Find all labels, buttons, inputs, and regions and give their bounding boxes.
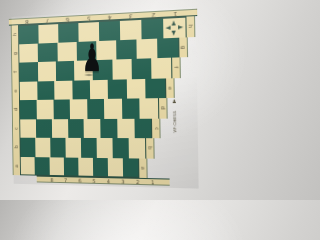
square-d2[interactable] [122,98,140,118]
square-g2[interactable] [136,38,157,59]
square-d5[interactable] [70,99,87,118]
square-g6[interactable] [57,41,77,61]
coordinate-label-left-c: c [14,127,19,130]
square-g1[interactable] [157,37,178,58]
square-a3[interactable] [93,157,108,176]
square-g8[interactable] [20,43,39,63]
square-d6[interactable] [53,99,70,118]
square-e8[interactable] [20,81,37,100]
black-pawn-glyph: ♟ [82,38,102,78]
coordinate-label-top-5: 5 [78,15,99,22]
four-pawn-diamond-logo: ♟♟♟♟ [168,21,181,35]
square-a6[interactable] [49,157,64,175]
square-f7[interactable] [38,61,56,81]
border-right-segment: f [172,57,181,77]
square-b4[interactable] [81,138,97,158]
black-pawn-f5[interactable]: ♟ [75,38,103,78]
brand-mark: ♟ VP-CHESS [170,99,180,138]
square-a1[interactable] [123,158,139,177]
brand-text: VP-CHESS [172,111,177,133]
coordinate-label-left-e: e [14,89,19,92]
square-b1[interactable] [128,138,145,158]
square-b5[interactable] [66,138,82,157]
coordinate-label-right-g: g [180,45,185,49]
square-d3[interactable] [104,99,122,119]
coordinate-label-bottom-1: 1 [145,179,160,186]
border-right-segment: a [139,158,148,178]
coordinate-label-right-c: c [154,127,159,130]
square-e6[interactable] [54,80,72,99]
square-c1[interactable] [134,118,152,138]
square-c6[interactable] [52,119,68,138]
square-c8[interactable] [21,119,37,138]
square-a2[interactable] [108,158,123,177]
border-right-segment: d [159,98,168,118]
logo-pawn-icon: ♟ [176,24,182,30]
square-f2[interactable] [131,58,151,78]
coordinate-label-top-8: 8 [17,18,37,25]
square-h3[interactable] [120,20,142,40]
coordinate-label-right-e: e [167,86,172,89]
coordinate-label-bottom-7: 7 [59,177,73,183]
square-e3[interactable] [108,79,127,99]
board-row-a: aa [13,156,148,178]
coordinate-label-bottom-4: 4 [101,178,116,184]
logo-pawn-icon: ♟ [171,20,177,26]
brand-logo-icon: ♟ [172,99,177,104]
border-right-segment: c [152,118,161,138]
coordinate-strip-bottom: 87654321 [37,176,170,186]
coordinate-label-left-f: f [13,71,18,73]
coordinate-label-top-6: 6 [57,16,78,23]
square-b8[interactable] [21,138,36,157]
coordinate-label-right-f: f [174,67,179,69]
square-e2[interactable] [127,78,146,98]
coordinate-label-bottom-5: 5 [87,177,101,183]
chess-board: 87654321 h♟♟♟♟hggffeeddccbbaa 87654321 ♟… [4,0,200,200]
square-g3[interactable] [116,39,137,59]
square-a8[interactable] [21,156,35,174]
square-d7[interactable] [37,100,54,119]
square-b2[interactable] [112,138,128,158]
board-row-c: cc [12,118,161,138]
square-e1[interactable] [146,78,165,98]
coordinate-label-left-b: b [14,146,19,149]
board-row-b: bb [13,138,155,159]
square-e7[interactable] [37,81,55,100]
square-f3[interactable] [112,59,132,79]
coordinate-label-top-1: 1 [164,10,187,17]
square-a4[interactable] [78,157,93,176]
square-d1[interactable] [140,98,158,118]
coordinate-label-left-d: d [14,108,19,111]
coordinate-label-right-h: h [187,25,192,29]
board-row-d: dd [12,98,168,119]
coordinate-label-bottom-8: 8 [45,176,59,182]
coordinate-label-bottom-6: 6 [73,177,87,183]
square-h7[interactable] [39,24,59,43]
square-b3[interactable] [97,138,113,158]
coordinate-label-right-d: d [160,106,165,109]
coordinate-label-left-h: h [13,33,18,36]
square-c7[interactable] [36,119,52,138]
coordinate-label-right-b: b [147,147,152,150]
coordinate-label-top-2: 2 [142,11,164,18]
square-h1[interactable]: ♟♟♟♟ [163,18,185,38]
coordinate-label-left-g: g [13,52,18,55]
square-a7[interactable] [35,157,49,175]
coordinate-label-right-a: a [140,166,145,169]
square-g7[interactable] [38,42,57,62]
border-right-segment: b [146,138,155,158]
square-c5[interactable] [68,119,84,138]
square-f8[interactable] [20,62,38,81]
square-c2[interactable] [117,118,134,138]
square-a5[interactable] [63,157,78,176]
square-d8[interactable] [20,100,37,119]
square-c4[interactable] [84,118,101,138]
border-right-segment: e [166,78,175,98]
square-c3[interactable] [100,118,117,138]
logo-pawn-icon: ♟ [171,29,177,35]
coordinate-label-bottom-3: 3 [116,178,131,184]
logo-pawn-icon: ♟ [165,25,171,31]
square-f6[interactable] [56,61,75,81]
square-h2[interactable] [141,19,163,39]
coordinate-label-left-a: a [15,164,20,167]
square-b7[interactable] [35,138,50,157]
board-row-e: ee [12,78,175,101]
border-right-segment: h [186,16,195,37]
square-b6[interactable] [50,138,65,157]
coordinate-label-top-3: 3 [120,12,142,19]
square-e5[interactable] [72,80,90,100]
square-h8[interactable] [19,25,39,44]
square-d4[interactable] [87,99,105,119]
coordinate-label-top-7: 7 [37,17,57,24]
border-right-segment: g [179,37,188,58]
coordinate-label-bottom-2: 2 [130,178,145,184]
coordinate-label-top-4: 4 [99,13,121,20]
square-f1[interactable] [151,58,171,79]
square-e4[interactable] [90,79,108,99]
